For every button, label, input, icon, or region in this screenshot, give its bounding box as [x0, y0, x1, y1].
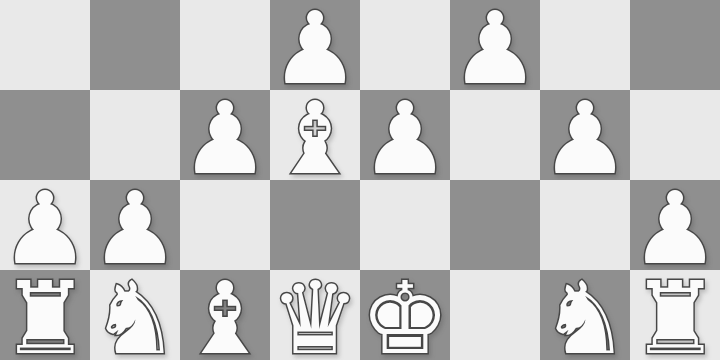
square-a4[interactable] [0, 0, 90, 90]
square-h4[interactable] [630, 0, 720, 90]
square-c3[interactable]: ♟ [180, 90, 270, 180]
square-e4[interactable] [360, 0, 450, 90]
square-a2[interactable]: ♟ [0, 180, 90, 270]
square-c2[interactable] [180, 180, 270, 270]
square-d4[interactable]: ♟ [270, 0, 360, 90]
square-c4[interactable] [180, 0, 270, 90]
square-e1[interactable]: ♚ [360, 270, 450, 360]
white-bishop[interactable]: ♝ [180, 274, 270, 360]
square-e3[interactable]: ♟ [360, 90, 450, 180]
white-pawn[interactable]: ♟ [270, 4, 360, 90]
square-h1[interactable]: ♜ [630, 270, 720, 360]
square-h2[interactable]: ♟ [630, 180, 720, 270]
white-queen[interactable]: ♛ [270, 274, 360, 360]
square-a3[interactable] [0, 90, 90, 180]
white-pawn[interactable]: ♟ [90, 184, 180, 270]
square-b1[interactable]: ♞ [90, 270, 180, 360]
square-d3[interactable]: ♝ [270, 90, 360, 180]
square-a1[interactable]: ♜ [0, 270, 90, 360]
square-b4[interactable] [90, 0, 180, 90]
white-king[interactable]: ♚ [360, 274, 450, 360]
square-g3[interactable]: ♟ [540, 90, 630, 180]
square-f1[interactable] [450, 270, 540, 360]
white-bishop[interactable]: ♝ [270, 94, 360, 180]
white-pawn[interactable]: ♟ [180, 94, 270, 180]
white-pawn[interactable]: ♟ [630, 184, 720, 270]
white-knight[interactable]: ♞ [90, 274, 180, 360]
square-f2[interactable] [450, 180, 540, 270]
square-g2[interactable] [540, 180, 630, 270]
white-knight[interactable]: ♞ [540, 274, 630, 360]
square-b2[interactable]: ♟ [90, 180, 180, 270]
white-pawn[interactable]: ♟ [360, 94, 450, 180]
square-f4[interactable]: ♟ [450, 0, 540, 90]
square-e2[interactable] [360, 180, 450, 270]
square-g4[interactable] [540, 0, 630, 90]
square-c1[interactable]: ♝ [180, 270, 270, 360]
square-b3[interactable] [90, 90, 180, 180]
white-pawn[interactable]: ♟ [540, 94, 630, 180]
white-pawn[interactable]: ♟ [450, 4, 540, 90]
white-rook[interactable]: ♜ [0, 274, 90, 360]
square-d1[interactable]: ♛ [270, 270, 360, 360]
white-rook[interactable]: ♜ [630, 274, 720, 360]
white-pawn[interactable]: ♟ [0, 184, 90, 270]
square-d2[interactable] [270, 180, 360, 270]
chess-board: ♟♟♟♝♟♟♟♟♟♜♞♝♛♚♞♜ [0, 0, 720, 360]
square-h3[interactable] [630, 90, 720, 180]
square-g1[interactable]: ♞ [540, 270, 630, 360]
square-f3[interactable] [450, 90, 540, 180]
